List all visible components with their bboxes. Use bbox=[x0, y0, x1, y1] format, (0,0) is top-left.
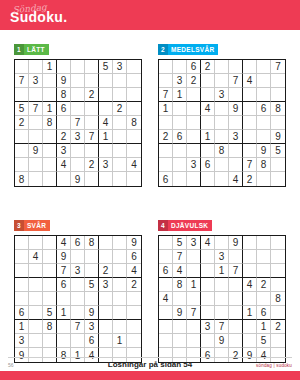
sudoku-cell-r3c4[interactable] bbox=[201, 88, 215, 102]
sudoku-cell-r2c7[interactable] bbox=[99, 250, 113, 264]
sudoku-cell-r6c4[interactable]: 1 bbox=[201, 130, 215, 144]
sudoku-cell-r6c4[interactable]: 2 bbox=[57, 130, 71, 144]
sudoku-cell-r6c1[interactable]: 6 bbox=[15, 306, 29, 320]
sudoku-cell-r3c5[interactable] bbox=[71, 88, 85, 102]
sudoku-cell-r5c7[interactable] bbox=[243, 116, 257, 130]
sudoku-cell-r6c5[interactable] bbox=[215, 130, 229, 144]
sudoku-cell-r6c9[interactable] bbox=[127, 306, 141, 320]
sudoku-cell-r4c4[interactable]: 6 bbox=[57, 278, 71, 292]
sudoku-cell-r3c8[interactable] bbox=[257, 264, 271, 278]
sudoku-cell-r6c3[interactable]: 7 bbox=[187, 306, 201, 320]
sudoku-cell-r4c6[interactable] bbox=[229, 278, 243, 292]
sudoku-cell-r4c9[interactable]: 8 bbox=[271, 102, 285, 116]
sudoku-cell-r8c6[interactable]: 6 bbox=[85, 334, 99, 348]
sudoku-cell-r7c1[interactable] bbox=[159, 320, 173, 334]
sudoku-cell-r4c9[interactable] bbox=[127, 102, 141, 116]
sudoku-cell-r5c9[interactable]: 8 bbox=[271, 292, 285, 306]
sudoku-cell-r1c6[interactable]: 9 bbox=[229, 236, 243, 250]
sudoku-cell-r2c8[interactable] bbox=[257, 250, 271, 264]
sudoku-cell-r5c8[interactable] bbox=[113, 116, 127, 130]
sudoku-cell-r5c7[interactable]: 4 bbox=[99, 116, 113, 130]
sudoku-cell-r5c4[interactable] bbox=[201, 116, 215, 130]
sudoku-cell-r8c6[interactable] bbox=[229, 158, 243, 172]
sudoku-cell-r4c9[interactable]: 2 bbox=[127, 278, 141, 292]
sudoku-cell-r8c4[interactable]: 6 bbox=[201, 158, 215, 172]
sudoku-cell-r2c9[interactable]: 6 bbox=[127, 250, 141, 264]
sudoku-cell-r9c6[interactable]: 4 bbox=[229, 172, 243, 186]
sudoku-cell-r5c3[interactable] bbox=[187, 292, 201, 306]
sudoku-cell-r8c1[interactable]: 3 bbox=[15, 334, 29, 348]
sudoku-cell-r6c6[interactable]: 9 bbox=[85, 306, 99, 320]
sudoku-cell-r9c7[interactable] bbox=[99, 172, 113, 186]
sudoku-cell-r2c5[interactable] bbox=[71, 74, 85, 88]
sudoku-cell-r4c1[interactable]: 1 bbox=[159, 102, 173, 116]
sudoku-cell-r1c5[interactable]: 6 bbox=[71, 236, 85, 250]
sudoku-cell-r1c3[interactable] bbox=[43, 236, 57, 250]
sudoku-cell-r8c1[interactable] bbox=[159, 334, 173, 348]
sudoku-cell-r3c4[interactable] bbox=[201, 264, 215, 278]
sudoku-cell-r3c7[interactable]: 2 bbox=[99, 264, 113, 278]
sudoku-cell-r4c3[interactable]: 1 bbox=[187, 278, 201, 292]
sudoku-cell-r7c4[interactable] bbox=[57, 320, 71, 334]
sudoku-cell-r2c4[interactable] bbox=[201, 74, 215, 88]
sudoku-cell-r3c2[interactable]: 1 bbox=[173, 88, 187, 102]
sudoku-cell-r4c2[interactable]: 8 bbox=[173, 278, 187, 292]
sudoku-cell-r6c5[interactable] bbox=[215, 306, 229, 320]
sudoku-cell-r2c8[interactable] bbox=[113, 74, 127, 88]
sudoku-cell-r3c5[interactable]: 3 bbox=[71, 264, 85, 278]
sudoku-cell-r6c7[interactable]: 1 bbox=[243, 306, 257, 320]
sudoku-cell-r3c6[interactable]: 2 bbox=[85, 88, 99, 102]
sudoku-cell-r4c9[interactable] bbox=[271, 278, 285, 292]
sudoku-cell-r1c4[interactable]: 4 bbox=[57, 236, 71, 250]
sudoku-cell-r6c8[interactable] bbox=[113, 130, 127, 144]
sudoku-cell-r3c6[interactable]: 7 bbox=[229, 264, 243, 278]
sudoku-cell-r8c7[interactable] bbox=[99, 334, 113, 348]
sudoku-cell-r5c5[interactable] bbox=[71, 292, 85, 306]
sudoku-cell-r9c9[interactable] bbox=[271, 172, 285, 186]
sudoku-cell-r4c4[interactable]: 4 bbox=[201, 102, 215, 116]
sudoku-cell-r1c8[interactable] bbox=[113, 236, 127, 250]
sudoku-cell-r6c4[interactable]: 1 bbox=[57, 306, 71, 320]
sudoku-cell-r3c8[interactable] bbox=[113, 264, 127, 278]
sudoku-cell-r7c5[interactable]: 7 bbox=[215, 320, 229, 334]
sudoku-cell-r4c3[interactable] bbox=[187, 102, 201, 116]
sudoku-cell-r5c2[interactable] bbox=[29, 116, 43, 130]
sudoku-cell-r5c2[interactable] bbox=[173, 116, 187, 130]
sudoku-cell-r1c1[interactable] bbox=[159, 236, 173, 250]
sudoku-cell-r1c6[interactable]: 8 bbox=[85, 236, 99, 250]
sudoku-cell-r4c4[interactable] bbox=[201, 278, 215, 292]
sudoku-cell-r9c9[interactable] bbox=[127, 172, 141, 186]
sudoku-cell-r3c6[interactable] bbox=[85, 264, 99, 278]
sudoku-cell-r9c6[interactable] bbox=[85, 172, 99, 186]
sudoku-cell-r6c3[interactable]: 5 bbox=[43, 306, 57, 320]
sudoku-cell-r2c7[interactable]: 4 bbox=[243, 74, 257, 88]
sudoku-cell-r8c9[interactable] bbox=[271, 158, 285, 172]
sudoku-cell-r2c6[interactable] bbox=[85, 74, 99, 88]
sudoku-cell-r2c2[interactable]: 7 bbox=[173, 250, 187, 264]
sudoku-cell-r4c3[interactable]: 1 bbox=[43, 102, 57, 116]
sudoku-cell-r1c5[interactable] bbox=[71, 60, 85, 74]
sudoku-cell-r2c3[interactable]: 2 bbox=[187, 74, 201, 88]
sudoku-cell-r6c4[interactable] bbox=[201, 306, 215, 320]
sudoku-cell-r2c5[interactable] bbox=[215, 74, 229, 88]
sudoku-cell-r5c1[interactable]: 2 bbox=[15, 116, 29, 130]
sudoku-cell-r7c7[interactable] bbox=[99, 320, 113, 334]
sudoku-cell-r8c7[interactable]: 3 bbox=[99, 158, 113, 172]
sudoku-cell-r8c6[interactable] bbox=[229, 334, 243, 348]
sudoku-cell-r7c8[interactable] bbox=[113, 320, 127, 334]
sudoku-cell-r8c8[interactable]: 8 bbox=[257, 158, 271, 172]
sudoku-cell-r6c8[interactable]: 6 bbox=[257, 306, 271, 320]
sudoku-cell-r1c6[interactable] bbox=[85, 60, 99, 74]
sudoku-cell-r8c2[interactable] bbox=[29, 334, 43, 348]
sudoku-cell-r2c3[interactable] bbox=[43, 250, 57, 264]
sudoku-cell-r7c9[interactable]: 5 bbox=[271, 144, 285, 158]
sudoku-cell-r7c5[interactable]: 8 bbox=[215, 144, 229, 158]
sudoku-cell-r2c3[interactable] bbox=[187, 250, 201, 264]
sudoku-cell-r9c2[interactable] bbox=[173, 172, 187, 186]
sudoku-cell-r8c7[interactable] bbox=[243, 334, 257, 348]
sudoku-cell-r6c6[interactable]: 3 bbox=[229, 130, 243, 144]
sudoku-cell-r5c3[interactable]: 8 bbox=[43, 116, 57, 130]
sudoku-cell-r8c2[interactable] bbox=[173, 334, 187, 348]
sudoku-cell-r7c4[interactable] bbox=[201, 144, 215, 158]
sudoku-cell-r5c7[interactable] bbox=[99, 292, 113, 306]
sudoku-cell-r2c5[interactable] bbox=[71, 250, 85, 264]
sudoku-cell-r8c4[interactable]: 4 bbox=[57, 158, 71, 172]
sudoku-cell-r3c1[interactable] bbox=[15, 264, 29, 278]
sudoku-cell-r3c1[interactable] bbox=[15, 88, 29, 102]
sudoku-cell-r7c4[interactable]: 3 bbox=[201, 320, 215, 334]
sudoku-cell-r7c2[interactable]: 9 bbox=[29, 144, 43, 158]
sudoku-cell-r9c7[interactable]: 2 bbox=[243, 172, 257, 186]
sudoku-cell-r4c5[interactable] bbox=[71, 278, 85, 292]
sudoku-cell-r7c4[interactable]: 3 bbox=[57, 144, 71, 158]
sudoku-cell-r5c4[interactable] bbox=[57, 116, 71, 130]
sudoku-cell-r7c5[interactable]: 7 bbox=[71, 320, 85, 334]
sudoku-cell-r8c5[interactable] bbox=[215, 158, 229, 172]
sudoku-cell-r6c2[interactable] bbox=[29, 306, 43, 320]
sudoku-cell-r5c5[interactable]: 7 bbox=[71, 116, 85, 130]
sudoku-cell-r6c8[interactable] bbox=[113, 306, 127, 320]
sudoku-cell-r2c1[interactable] bbox=[159, 250, 173, 264]
sudoku-cell-r7c3[interactable] bbox=[187, 320, 201, 334]
sudoku-cell-r2c3[interactable] bbox=[43, 74, 57, 88]
sudoku-cell-r7c3[interactable] bbox=[187, 144, 201, 158]
sudoku-cell-r1c7[interactable] bbox=[99, 236, 113, 250]
sudoku-cell-r8c3[interactable] bbox=[43, 334, 57, 348]
sudoku-cell-r5c9[interactable] bbox=[271, 116, 285, 130]
sudoku-cell-r6c8[interactable] bbox=[257, 130, 271, 144]
sudoku-cell-r2c8[interactable] bbox=[113, 250, 127, 264]
sudoku-cell-r7c1[interactable]: 1 bbox=[15, 320, 29, 334]
sudoku-cell-r3c2[interactable] bbox=[29, 264, 43, 278]
sudoku-cell-r9c4[interactable] bbox=[57, 172, 71, 186]
sudoku-cell-r3c5[interactable]: 1 bbox=[215, 264, 229, 278]
sudoku-cell-r2c4[interactable] bbox=[201, 250, 215, 264]
sudoku-cell-r9c1[interactable]: 8 bbox=[15, 172, 29, 186]
sudoku-cell-r6c9[interactable] bbox=[271, 306, 285, 320]
sudoku-cell-r5c6[interactable] bbox=[229, 116, 243, 130]
sudoku-cell-r2c6[interactable]: 7 bbox=[229, 74, 243, 88]
sudoku-cell-r7c6[interactable] bbox=[229, 320, 243, 334]
sudoku-cell-r4c7[interactable]: 4 bbox=[243, 278, 257, 292]
sudoku-cell-r5c5[interactable] bbox=[215, 292, 229, 306]
sudoku-cell-r6c3[interactable] bbox=[187, 130, 201, 144]
sudoku-cell-r8c5[interactable]: 9 bbox=[215, 334, 229, 348]
sudoku-cell-r5c1[interactable] bbox=[15, 292, 29, 306]
sudoku-cell-r2c6[interactable] bbox=[229, 250, 243, 264]
sudoku-cell-r8c8[interactable]: 1 bbox=[113, 334, 127, 348]
sudoku-cell-r3c3[interactable] bbox=[43, 88, 57, 102]
sudoku-cell-r4c3[interactable] bbox=[43, 278, 57, 292]
sudoku-cell-r8c8[interactable]: 5 bbox=[257, 334, 271, 348]
sudoku-cell-r1c2[interactable] bbox=[29, 60, 43, 74]
sudoku-cell-r6c1[interactable] bbox=[159, 306, 173, 320]
sudoku-cell-r8c5[interactable] bbox=[71, 334, 85, 348]
sudoku-cell-r2c9[interactable] bbox=[271, 74, 285, 88]
sudoku-cell-r7c7[interactable] bbox=[243, 320, 257, 334]
sudoku-cell-r4c2[interactable] bbox=[29, 278, 43, 292]
sudoku-cell-r6c6[interactable] bbox=[229, 306, 243, 320]
sudoku-cell-r7c1[interactable] bbox=[159, 144, 173, 158]
sudoku-cell-r2c4[interactable]: 9 bbox=[57, 250, 71, 264]
sudoku-cell-r2c2[interactable]: 4 bbox=[29, 250, 43, 264]
sudoku-cell-r6c2[interactable]: 6 bbox=[173, 130, 187, 144]
sudoku-cell-r5c2[interactable] bbox=[29, 292, 43, 306]
sudoku-cell-r6c1[interactable]: 2 bbox=[159, 130, 173, 144]
sudoku-cell-r3c7[interactable] bbox=[99, 88, 113, 102]
sudoku-cell-r4c1[interactable] bbox=[15, 278, 29, 292]
sudoku-cell-r5c8[interactable] bbox=[257, 116, 271, 130]
sudoku-cell-r6c3[interactable] bbox=[43, 130, 57, 144]
sudoku-cell-r4c1[interactable]: 5 bbox=[15, 102, 29, 116]
sudoku-cell-r8c9[interactable] bbox=[271, 334, 285, 348]
sudoku-cell-r3c9[interactable]: 4 bbox=[127, 264, 141, 278]
sudoku-cell-r9c1[interactable]: 6 bbox=[159, 172, 173, 186]
sudoku-cell-r2c1[interactable]: 7 bbox=[15, 74, 29, 88]
sudoku-cell-r3c9[interactable] bbox=[271, 88, 285, 102]
sudoku-cell-r9c8[interactable] bbox=[113, 172, 127, 186]
sudoku-cell-r5c5[interactable] bbox=[215, 116, 229, 130]
sudoku-cell-r2c4[interactable]: 9 bbox=[57, 74, 71, 88]
sudoku-cell-r1c2[interactable]: 5 bbox=[173, 236, 187, 250]
sudoku-cell-r4c8[interactable] bbox=[113, 278, 127, 292]
sudoku-cell-r4c8[interactable]: 6 bbox=[257, 102, 271, 116]
sudoku-cell-r5c6[interactable] bbox=[85, 116, 99, 130]
sudoku-cell-r1c1[interactable] bbox=[15, 60, 29, 74]
sudoku-cell-r7c2[interactable] bbox=[173, 320, 187, 334]
sudoku-cell-r4c7[interactable] bbox=[99, 102, 113, 116]
sudoku-cell-r5c2[interactable] bbox=[173, 292, 187, 306]
sudoku-cell-r7c7[interactable] bbox=[243, 144, 257, 158]
sudoku-cell-r4c8[interactable]: 2 bbox=[113, 102, 127, 116]
sudoku-cell-r6c7[interactable]: 1 bbox=[99, 130, 113, 144]
sudoku-cell-r1c1[interactable] bbox=[159, 60, 173, 74]
sudoku-cell-r1c8[interactable] bbox=[257, 236, 271, 250]
sudoku-cell-r8c1[interactable] bbox=[15, 158, 29, 172]
sudoku-cell-r4c4[interactable]: 6 bbox=[57, 102, 71, 116]
sudoku-cell-r5c9[interactable]: 8 bbox=[127, 116, 141, 130]
sudoku-cell-r3c3[interactable] bbox=[187, 88, 201, 102]
sudoku-cell-r3c7[interactable] bbox=[243, 264, 257, 278]
sudoku-cell-r1c5[interactable] bbox=[215, 60, 229, 74]
sudoku-cell-r4c2[interactable]: 7 bbox=[29, 102, 43, 116]
sudoku-cell-r5c3[interactable] bbox=[187, 116, 201, 130]
sudoku-cell-r7c5[interactable] bbox=[71, 144, 85, 158]
sudoku-cell-r7c8[interactable] bbox=[113, 144, 127, 158]
sudoku-cell-r4c6[interactable] bbox=[85, 102, 99, 116]
sudoku-cell-r7c9[interactable] bbox=[127, 320, 141, 334]
sudoku-cell-r4c6[interactable]: 9 bbox=[229, 102, 243, 116]
sudoku-cell-r1c4[interactable]: 2 bbox=[201, 60, 215, 74]
sudoku-cell-r8c1[interactable] bbox=[159, 158, 173, 172]
sudoku-cell-r1c7[interactable] bbox=[243, 236, 257, 250]
sudoku-cell-r7c2[interactable] bbox=[173, 144, 187, 158]
sudoku-cell-r5c9[interactable] bbox=[127, 292, 141, 306]
sudoku-cell-r7c9[interactable] bbox=[127, 144, 141, 158]
sudoku-cell-r6c2[interactable] bbox=[29, 130, 43, 144]
sudoku-cell-r1c3[interactable]: 3 bbox=[187, 236, 201, 250]
sudoku-cell-r4c7[interactable]: 3 bbox=[99, 278, 113, 292]
sudoku-cell-r5c8[interactable] bbox=[113, 292, 127, 306]
sudoku-cell-r5c6[interactable] bbox=[229, 292, 243, 306]
sudoku-cell-r3c1[interactable]: 6 bbox=[159, 264, 173, 278]
sudoku-cell-r6c6[interactable]: 7 bbox=[85, 130, 99, 144]
sudoku-cell-r6c2[interactable]: 9 bbox=[173, 306, 187, 320]
sudoku-cell-r8c7[interactable]: 7 bbox=[243, 158, 257, 172]
sudoku-cell-r5c4[interactable] bbox=[201, 292, 215, 306]
sudoku-cell-r2c9[interactable] bbox=[127, 74, 141, 88]
sudoku-cell-r1c9[interactable]: 7 bbox=[271, 60, 285, 74]
sudoku-cell-r1c6[interactable] bbox=[229, 60, 243, 74]
sudoku-cell-r2c7[interactable] bbox=[99, 74, 113, 88]
sudoku-cell-r1c9[interactable] bbox=[271, 236, 285, 250]
sudoku-cell-r2c8[interactable] bbox=[257, 74, 271, 88]
sudoku-cell-r5c7[interactable] bbox=[243, 292, 257, 306]
sudoku-cell-r8c8[interactable] bbox=[113, 158, 127, 172]
sudoku-cell-r1c2[interactable] bbox=[173, 60, 187, 74]
sudoku-cell-r8c2[interactable] bbox=[29, 158, 43, 172]
sudoku-cell-r2c2[interactable]: 3 bbox=[173, 74, 187, 88]
sudoku-cell-r4c7[interactable] bbox=[243, 102, 257, 116]
sudoku-cell-r3c5[interactable]: 3 bbox=[215, 88, 229, 102]
sudoku-cell-r2c2[interactable]: 3 bbox=[29, 74, 43, 88]
sudoku-cell-r7c2[interactable] bbox=[29, 320, 43, 334]
sudoku-cell-r1c7[interactable] bbox=[243, 60, 257, 74]
sudoku-cell-r8c3[interactable] bbox=[43, 158, 57, 172]
sudoku-cell-r8c9[interactable] bbox=[127, 334, 141, 348]
sudoku-cell-r3c3[interactable] bbox=[187, 264, 201, 278]
sudoku-cell-r2c1[interactable] bbox=[15, 250, 29, 264]
sudoku-cell-r1c3[interactable]: 1 bbox=[43, 60, 57, 74]
sudoku-cell-r8c9[interactable]: 4 bbox=[127, 158, 141, 172]
sudoku-cell-r5c1[interactable] bbox=[159, 116, 173, 130]
sudoku-cell-r1c9[interactable]: 9 bbox=[127, 236, 141, 250]
sudoku-cell-r3c1[interactable]: 7 bbox=[159, 88, 173, 102]
sudoku-cell-r6c9[interactable]: 9 bbox=[271, 130, 285, 144]
sudoku-cell-r1c4[interactable]: 4 bbox=[201, 236, 215, 250]
sudoku-cell-r6c7[interactable] bbox=[99, 306, 113, 320]
sudoku-cell-r4c6[interactable]: 5 bbox=[85, 278, 99, 292]
sudoku-cell-r7c8[interactable]: 9 bbox=[257, 144, 271, 158]
sudoku-cell-r6c1[interactable] bbox=[15, 130, 29, 144]
sudoku-cell-r1c7[interactable]: 5 bbox=[99, 60, 113, 74]
sudoku-cell-r7c8[interactable]: 1 bbox=[257, 320, 271, 334]
sudoku-cell-r5c4[interactable] bbox=[57, 292, 71, 306]
sudoku-cell-r8c2[interactable] bbox=[173, 158, 187, 172]
sudoku-cell-r9c8[interactable] bbox=[257, 172, 271, 186]
sudoku-cell-r3c9[interactable] bbox=[271, 264, 285, 278]
sudoku-cell-r9c5[interactable]: 9 bbox=[71, 172, 85, 186]
sudoku-cell-r5c3[interactable] bbox=[43, 292, 57, 306]
sudoku-cell-r9c3[interactable] bbox=[187, 172, 201, 186]
sudoku-cell-r8c6[interactable]: 2 bbox=[85, 158, 99, 172]
sudoku-cell-r8c3[interactable] bbox=[187, 334, 201, 348]
sudoku-cell-r2c9[interactable] bbox=[271, 250, 285, 264]
sudoku-cell-r7c6[interactable]: 3 bbox=[85, 320, 99, 334]
sudoku-cell-r3c2[interactable]: 4 bbox=[173, 264, 187, 278]
sudoku-cell-r3c7[interactable] bbox=[243, 88, 257, 102]
sudoku-cell-r2c1[interactable] bbox=[159, 74, 173, 88]
sudoku-cell-r9c4[interactable] bbox=[201, 172, 215, 186]
sudoku-cell-r6c9[interactable] bbox=[127, 130, 141, 144]
sudoku-cell-r3c6[interactable] bbox=[229, 88, 243, 102]
sudoku-cell-r7c9[interactable]: 2 bbox=[271, 320, 285, 334]
sudoku-cell-r1c4[interactable] bbox=[57, 60, 71, 74]
sudoku-cell-r3c4[interactable]: 7 bbox=[57, 264, 71, 278]
sudoku-cell-r3c2[interactable] bbox=[29, 88, 43, 102]
sudoku-cell-r4c5[interactable] bbox=[215, 278, 229, 292]
sudoku-cell-r2c6[interactable] bbox=[85, 250, 99, 264]
sudoku-cell-r5c1[interactable]: 4 bbox=[159, 292, 173, 306]
sudoku-cell-r1c3[interactable]: 6 bbox=[187, 60, 201, 74]
sudoku-cell-r3c8[interactable] bbox=[257, 88, 271, 102]
sudoku-cell-r2c7[interactable] bbox=[243, 250, 257, 264]
sudoku-cell-r4c2[interactable] bbox=[173, 102, 187, 116]
sudoku-cell-r3c9[interactable] bbox=[127, 88, 141, 102]
sudoku-cell-r6c5[interactable]: 3 bbox=[71, 130, 85, 144]
sudoku-cell-r1c5[interactable] bbox=[215, 236, 229, 250]
sudoku-cell-r7c3[interactable] bbox=[43, 144, 57, 158]
sudoku-cell-r7c3[interactable]: 8 bbox=[43, 320, 57, 334]
sudoku-cell-r6c7[interactable] bbox=[243, 130, 257, 144]
sudoku-cell-r8c5[interactable] bbox=[71, 158, 85, 172]
sudoku-cell-r8c3[interactable]: 3 bbox=[187, 158, 201, 172]
sudoku-cell-r5c6[interactable] bbox=[85, 292, 99, 306]
sudoku-cell-r1c8[interactable]: 3 bbox=[113, 60, 127, 74]
sudoku-cell-r9c5[interactable] bbox=[215, 172, 229, 186]
sudoku-cell-r8c4[interactable] bbox=[201, 334, 215, 348]
sudoku-cell-r4c5[interactable] bbox=[215, 102, 229, 116]
sudoku-cell-r3c3[interactable] bbox=[43, 264, 57, 278]
sudoku-cell-r9c3[interactable] bbox=[43, 172, 57, 186]
sudoku-cell-r1c8[interactable] bbox=[257, 60, 271, 74]
sudoku-cell-r8c4[interactable] bbox=[57, 334, 71, 348]
sudoku-cell-r4c5[interactable] bbox=[71, 102, 85, 116]
sudoku-cell-r7c6[interactable] bbox=[85, 144, 99, 158]
sudoku-cell-r3c8[interactable] bbox=[113, 88, 127, 102]
sudoku-cell-r7c7[interactable] bbox=[99, 144, 113, 158]
sudoku-cell-r1c2[interactable] bbox=[29, 236, 43, 250]
sudoku-cell-r3c4[interactable]: 8 bbox=[57, 88, 71, 102]
sudoku-cell-r1c1[interactable] bbox=[15, 236, 29, 250]
sudoku-cell-r5c8[interactable] bbox=[257, 292, 271, 306]
sudoku-cell-r4c1[interactable] bbox=[159, 278, 173, 292]
sudoku-cell-r4c8[interactable]: 2 bbox=[257, 278, 271, 292]
